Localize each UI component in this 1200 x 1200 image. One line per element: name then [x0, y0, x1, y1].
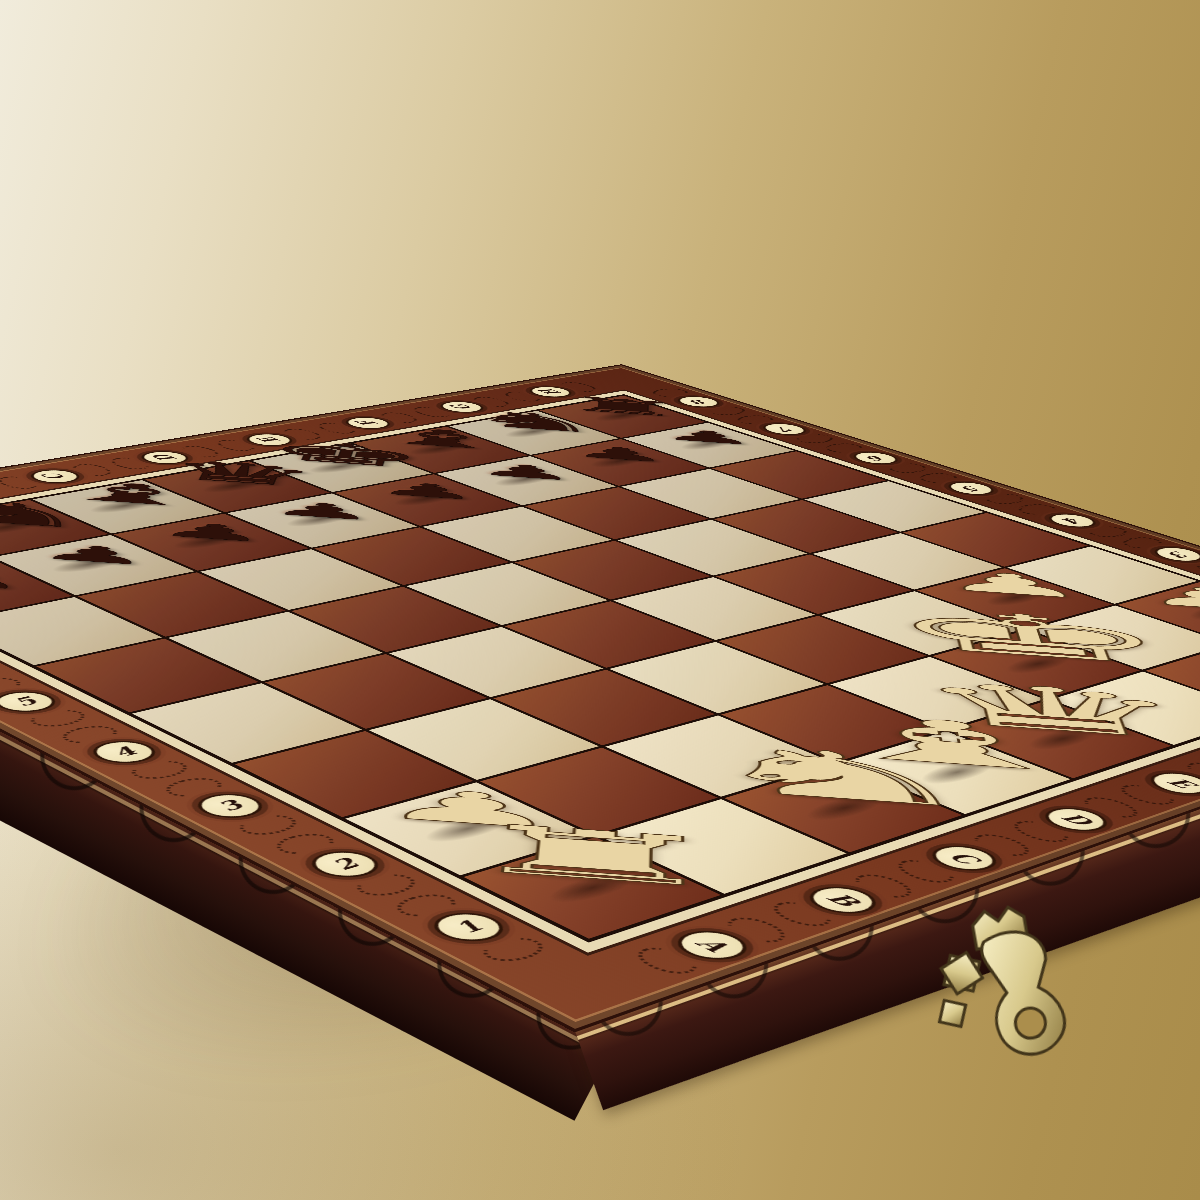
file-medallion: D — [1033, 803, 1119, 835]
rank-label: 2 — [326, 856, 365, 872]
file-medallion: H — [521, 385, 580, 400]
rank-label: 3 — [212, 799, 249, 814]
rank-medallion: 5 — [0, 688, 67, 716]
file-label: A — [690, 936, 733, 953]
rank-medallion: 1 — [420, 908, 517, 947]
file-label: H — [536, 388, 565, 395]
rank-medallion: 4 — [81, 737, 167, 768]
file-medallion: C — [21, 467, 88, 485]
file-label: E — [1162, 777, 1198, 790]
file-label: D — [150, 454, 181, 462]
rank-medallion: 5 — [939, 480, 1003, 498]
rank-label: 5 — [957, 484, 984, 492]
rank-medallion: 3 — [185, 789, 275, 822]
rank-label: 6 — [862, 454, 889, 461]
rank-medallion: 6 — [844, 450, 906, 467]
file-medallion: E — [237, 432, 301, 449]
file-label: F — [355, 420, 382, 426]
rank-medallion: 8 — [669, 394, 728, 409]
rank-label: 5 — [8, 695, 42, 707]
rank-label: 4 — [106, 745, 142, 758]
rank-label: 3 — [1164, 550, 1193, 559]
file-medallion: E — [1139, 768, 1200, 798]
rank-medallion: 7 — [754, 421, 814, 437]
rank-label: 4 — [1058, 516, 1086, 524]
file-medallion: F — [337, 415, 399, 431]
file-label: E — [255, 436, 284, 443]
file-label: G — [448, 403, 476, 410]
rank-label: 7 — [772, 426, 798, 433]
file-label: D — [1056, 812, 1096, 827]
rank-medallion: 3 — [1145, 544, 1200, 564]
file-label: B — [822, 891, 865, 908]
rank-label: 1 — [449, 918, 490, 935]
rank-medallion: 2 — [298, 846, 391, 882]
file-medallion: D — [132, 449, 197, 466]
brass-clasp-icon — [912, 883, 1134, 1113]
file-medallion: C — [919, 841, 1009, 876]
file-medallion: G — [432, 399, 492, 414]
product-photo-scene: ABCDEFGH 87654321 87654321 ABCDEFGH ♜♞♝♚… — [0, 0, 1200, 1200]
rank-medallion: 4 — [1039, 511, 1104, 530]
file-medallion: A — [663, 925, 760, 965]
file-label: C — [944, 850, 984, 865]
file-label: C — [40, 472, 71, 480]
file-medallion: B — [796, 882, 889, 919]
rank-label: 8 — [686, 398, 711, 405]
